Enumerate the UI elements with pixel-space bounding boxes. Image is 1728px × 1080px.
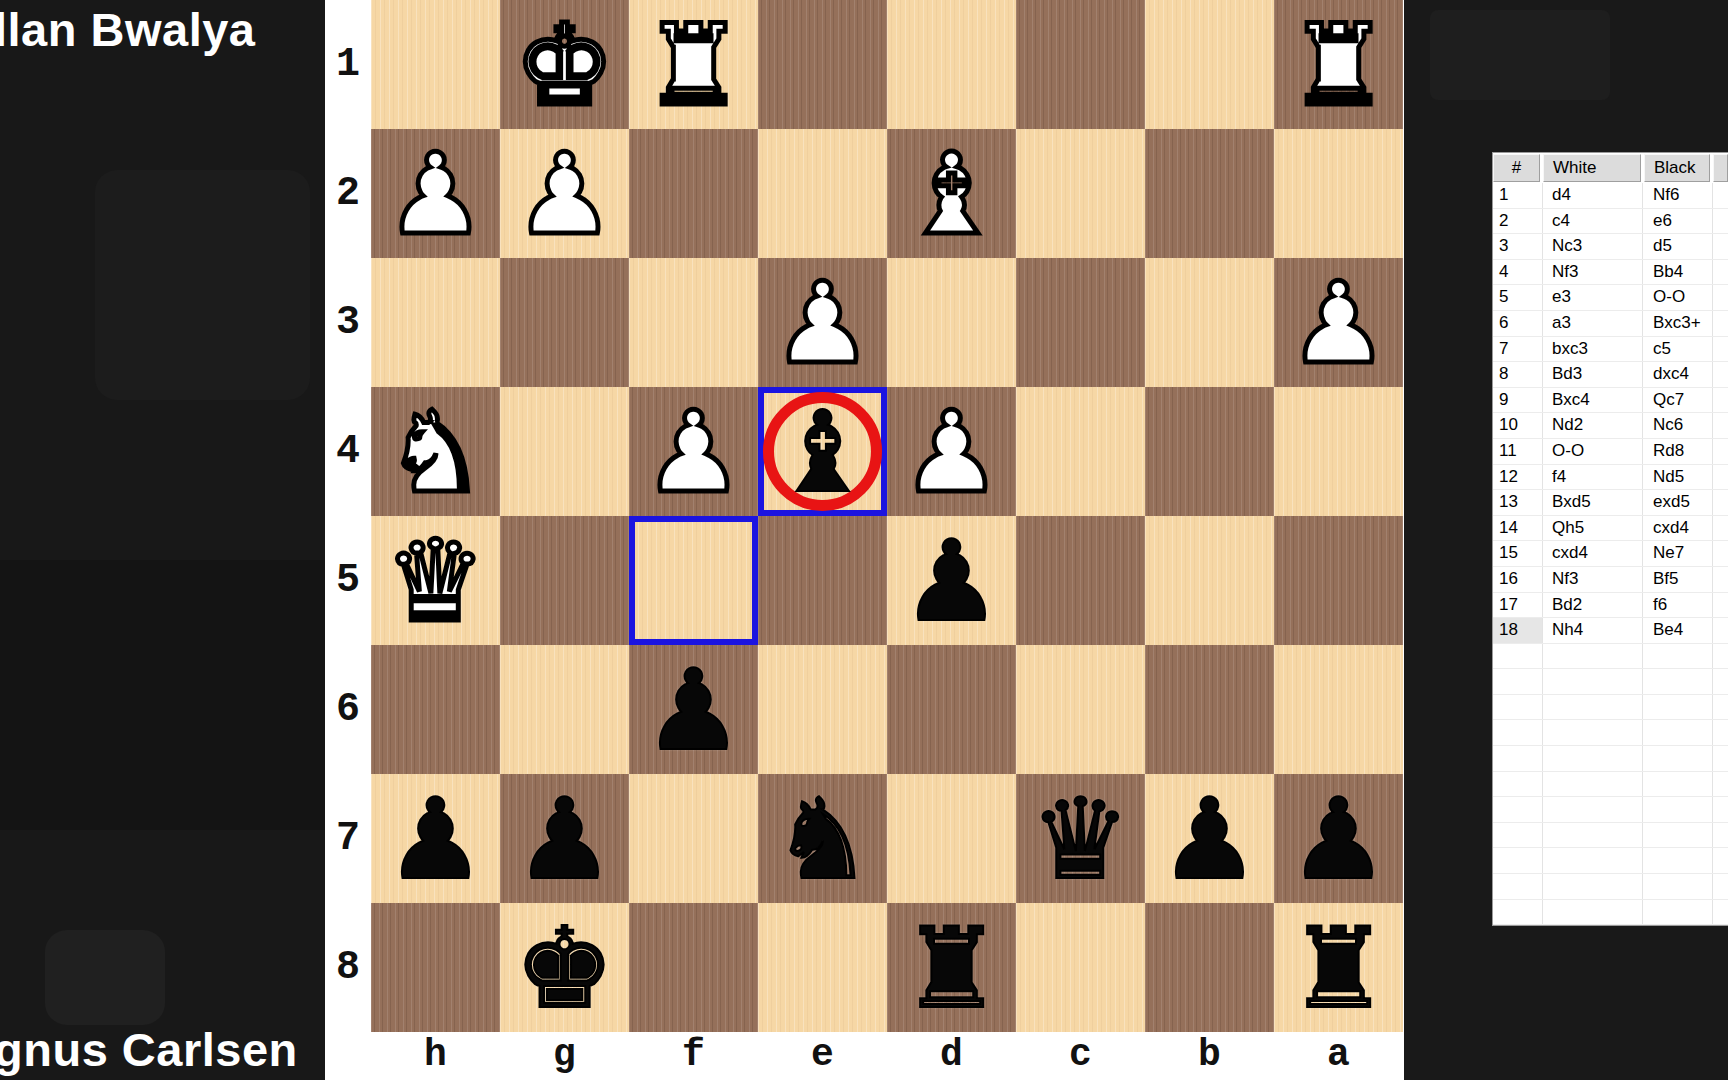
square-d6[interactable] xyxy=(887,645,1016,774)
black-move-cell xyxy=(1643,746,1713,771)
black-move-cell[interactable]: Bf5 xyxy=(1643,567,1713,592)
square-h3[interactable] xyxy=(371,258,500,387)
white-pawn-piece: ♟ xyxy=(629,387,758,516)
row-spacer xyxy=(1713,848,1728,873)
black-move-cell[interactable]: Bxc3+ xyxy=(1643,311,1713,336)
square-a8[interactable]: ♜ xyxy=(1274,903,1403,1032)
square-f1[interactable]: ♜ xyxy=(629,0,758,129)
square-d3[interactable] xyxy=(887,258,1016,387)
move-number-cell xyxy=(1493,746,1543,771)
square-c8[interactable] xyxy=(1016,903,1145,1032)
square-a4[interactable] xyxy=(1274,387,1403,516)
white-move-cell xyxy=(1543,746,1643,771)
square-e3[interactable]: ♟ xyxy=(758,258,887,387)
move-row-16: 16Nf3Bf5 xyxy=(1493,567,1728,593)
white-move-cell[interactable]: Bxd5 xyxy=(1543,490,1643,515)
square-d7[interactable] xyxy=(887,774,1016,903)
white-move-cell xyxy=(1543,823,1643,848)
white-move-cell xyxy=(1543,772,1643,797)
move-number-cell: 2 xyxy=(1493,209,1543,234)
square-h5[interactable]: ♛ xyxy=(371,516,500,645)
rank-label-1: 1 xyxy=(325,0,371,129)
row-spacer xyxy=(1713,823,1728,848)
move-table-header-number: # xyxy=(1493,154,1540,182)
move-row-18: 18Nh4Be4 xyxy=(1493,618,1728,644)
row-spacer xyxy=(1713,567,1728,592)
black-move-cell[interactable]: d5 xyxy=(1643,234,1713,259)
rank-label-8: 8 xyxy=(325,903,371,1032)
white-move-cell[interactable]: O-O xyxy=(1543,439,1643,464)
white-move-cell[interactable]: Qh5 xyxy=(1543,516,1643,541)
white-king-piece: ♚ xyxy=(500,0,629,129)
row-spacer xyxy=(1713,413,1728,438)
white-move-cell xyxy=(1543,797,1643,822)
move-table-header-white: White xyxy=(1543,154,1641,182)
black-move-cell xyxy=(1643,644,1713,669)
square-b6[interactable] xyxy=(1145,645,1274,774)
white-pawn-piece: ♟ xyxy=(758,258,887,387)
square-f3[interactable] xyxy=(629,258,758,387)
move-number-cell: 15 xyxy=(1493,541,1543,566)
player-name-bottom: gnus Carlsen xyxy=(0,1022,298,1077)
white-move-cell xyxy=(1543,874,1643,899)
background-patch xyxy=(45,930,165,1025)
move-number-cell xyxy=(1493,695,1543,720)
file-label-b: b xyxy=(1145,1032,1274,1080)
square-c4[interactable] xyxy=(1016,387,1145,516)
white-move-cell[interactable]: e3 xyxy=(1543,285,1643,310)
white-move-cell[interactable]: Nf3 xyxy=(1543,567,1643,592)
white-pawn-piece: ♟ xyxy=(1274,258,1403,387)
square-b7[interactable]: ♟ xyxy=(1145,774,1274,903)
red-circle-annotation xyxy=(763,392,882,511)
move-number-cell: 17 xyxy=(1493,593,1543,618)
square-g1[interactable]: ♚ xyxy=(500,0,629,129)
white-pawn-piece: ♟ xyxy=(500,129,629,258)
move-number-cell xyxy=(1493,874,1543,899)
background-patch xyxy=(95,170,310,400)
move-row-empty xyxy=(1493,900,1728,926)
move-row-7: 7bxc3c5 xyxy=(1493,337,1728,363)
move-table-header-spacer xyxy=(1713,154,1728,182)
white-bishop-piece: ♝ xyxy=(887,129,1016,258)
file-labels: hgfedcba xyxy=(371,1032,1403,1080)
file-label-e: e xyxy=(758,1032,887,1080)
file-label-g: g xyxy=(500,1032,629,1080)
row-spacer xyxy=(1713,874,1728,899)
square-d2[interactable]: ♝ xyxy=(887,129,1016,258)
white-rook-piece: ♜ xyxy=(1274,0,1403,129)
square-a2[interactable] xyxy=(1274,129,1403,258)
move-row-15: 15cxd4Ne7 xyxy=(1493,541,1728,567)
player-name-top: llan Bwalya xyxy=(0,2,256,57)
row-spacer xyxy=(1713,490,1728,515)
square-b8[interactable] xyxy=(1145,903,1274,1032)
white-pawn-piece: ♟ xyxy=(887,387,1016,516)
black-pawn-piece: ♟ xyxy=(629,645,758,774)
white-queen-piece: ♛ xyxy=(371,516,500,645)
square-d4[interactable]: ♟ xyxy=(887,387,1016,516)
row-spacer xyxy=(1713,644,1728,669)
square-g8[interactable]: ♚ xyxy=(500,903,629,1032)
white-move-cell xyxy=(1543,695,1643,720)
rank-label-7: 7 xyxy=(325,774,371,903)
row-spacer xyxy=(1713,234,1728,259)
chessboard-panel: 12345678 ♚♜♜♟♟♝♟♟♞♟♝♟♛♟♟♟♟♞♛♟♟♚♜♜ hgfedc… xyxy=(325,0,1404,1080)
row-spacer xyxy=(1713,362,1728,387)
white-move-cell[interactable]: Bd2 xyxy=(1543,593,1643,618)
square-h7[interactable]: ♟ xyxy=(371,774,500,903)
square-b5[interactable] xyxy=(1145,516,1274,645)
black-rook-piece: ♜ xyxy=(1274,903,1403,1032)
move-table-body: 1d4Nf62c4e63Nc3d54Nf3Bb45e3O-O6a3Bxc3+7b… xyxy=(1493,183,1728,925)
black-move-cell xyxy=(1643,772,1713,797)
file-label-d: d xyxy=(887,1032,1016,1080)
black-move-cell xyxy=(1643,823,1713,848)
square-b3[interactable] xyxy=(1145,258,1274,387)
move-row-2: 2c4e6 xyxy=(1493,209,1728,235)
square-a5[interactable] xyxy=(1274,516,1403,645)
square-h4[interactable]: ♞ xyxy=(371,387,500,516)
row-spacer xyxy=(1713,465,1728,490)
white-move-cell[interactable]: bxc3 xyxy=(1543,337,1643,362)
square-d1[interactable] xyxy=(887,0,1016,129)
black-move-cell xyxy=(1643,669,1713,694)
white-move-cell[interactable]: Nf3 xyxy=(1543,260,1643,285)
square-b4[interactable] xyxy=(1145,387,1274,516)
move-number-cell: 1 xyxy=(1493,183,1543,208)
move-number-cell: 12 xyxy=(1493,465,1543,490)
move-number-cell: 5 xyxy=(1493,285,1543,310)
move-number-cell: 9 xyxy=(1493,388,1543,413)
black-king-piece: ♚ xyxy=(500,903,629,1032)
move-row-3: 3Nc3d5 xyxy=(1493,234,1728,260)
black-move-cell xyxy=(1643,848,1713,873)
black-bishop-piece: ♝ xyxy=(758,387,887,516)
square-h8[interactable] xyxy=(371,903,500,1032)
square-g4[interactable] xyxy=(500,387,629,516)
black-move-cell xyxy=(1643,720,1713,745)
move-number-cell xyxy=(1493,848,1543,873)
move-row-empty xyxy=(1493,669,1728,695)
square-a7[interactable]: ♟ xyxy=(1274,774,1403,903)
rank-label-5: 5 xyxy=(325,516,371,645)
black-move-cell[interactable]: exd5 xyxy=(1643,490,1713,515)
square-b2[interactable] xyxy=(1145,129,1274,258)
rank-label-6: 6 xyxy=(325,645,371,774)
black-move-cell[interactable]: Nd5 xyxy=(1643,465,1713,490)
move-row-4: 4Nf3Bb4 xyxy=(1493,260,1728,286)
move-number-cell xyxy=(1493,900,1543,925)
row-spacer xyxy=(1713,900,1728,925)
white-move-cell xyxy=(1543,669,1643,694)
white-move-cell[interactable]: Nc3 xyxy=(1543,234,1643,259)
move-number-cell: 14 xyxy=(1493,516,1543,541)
move-number-cell: 11 xyxy=(1493,439,1543,464)
move-row-empty xyxy=(1493,695,1728,721)
black-move-cell[interactable]: c5 xyxy=(1643,337,1713,362)
row-spacer xyxy=(1713,695,1728,720)
move-row-empty xyxy=(1493,874,1728,900)
move-row-empty xyxy=(1493,720,1728,746)
square-e1[interactable] xyxy=(758,0,887,129)
rank-label-3: 3 xyxy=(325,258,371,387)
black-move-cell[interactable]: f6 xyxy=(1643,593,1713,618)
square-c2[interactable] xyxy=(1016,129,1145,258)
black-move-cell[interactable]: Nc6 xyxy=(1643,413,1713,438)
black-move-cell[interactable]: Qc7 xyxy=(1643,388,1713,413)
file-label-f: f xyxy=(629,1032,758,1080)
move-row-12: 12f4Nd5 xyxy=(1493,465,1728,491)
row-spacer xyxy=(1713,183,1728,208)
move-row-empty xyxy=(1493,746,1728,772)
black-move-cell xyxy=(1643,874,1713,899)
row-spacer xyxy=(1713,618,1728,643)
square-e4[interactable]: ♝ xyxy=(758,387,887,516)
row-spacer xyxy=(1713,772,1728,797)
black-move-cell[interactable]: Be4 xyxy=(1643,618,1713,643)
move-number-cell xyxy=(1493,720,1543,745)
white-move-cell[interactable]: c4 xyxy=(1543,209,1643,234)
square-e7[interactable]: ♞ xyxy=(758,774,887,903)
move-table-header: # White Black xyxy=(1493,153,1728,183)
black-knight-piece: ♞ xyxy=(758,774,887,903)
black-move-cell[interactable]: cxd4 xyxy=(1643,516,1713,541)
square-f6[interactable]: ♟ xyxy=(629,645,758,774)
square-a6[interactable] xyxy=(1274,645,1403,774)
row-spacer xyxy=(1713,388,1728,413)
move-number-cell xyxy=(1493,669,1543,694)
white-knight-piece: ♞ xyxy=(371,387,500,516)
black-move-cell xyxy=(1643,900,1713,925)
square-c5[interactable] xyxy=(1016,516,1145,645)
row-spacer xyxy=(1713,746,1728,771)
square-f5[interactable] xyxy=(629,516,758,645)
rank-label-2: 2 xyxy=(325,129,371,258)
file-label-c: c xyxy=(1016,1032,1145,1080)
black-queen-piece: ♛ xyxy=(1016,774,1145,903)
row-spacer xyxy=(1713,797,1728,822)
square-d8[interactable]: ♜ xyxy=(887,903,1016,1032)
white-move-cell[interactable]: Bxc4 xyxy=(1543,388,1643,413)
chessboard: ♚♜♜♟♟♝♟♟♞♟♝♟♛♟♟♟♟♞♛♟♟♚♜♜ xyxy=(371,0,1403,1032)
square-f7[interactable] xyxy=(629,774,758,903)
background-patch xyxy=(0,560,325,830)
move-number-cell: 6 xyxy=(1493,311,1543,336)
white-move-cell xyxy=(1543,644,1643,669)
move-number-cell xyxy=(1493,772,1543,797)
move-row-14: 14Qh5cxd4 xyxy=(1493,516,1728,542)
move-row-empty xyxy=(1493,848,1728,874)
move-number-cell: 13 xyxy=(1493,490,1543,515)
square-g6[interactable] xyxy=(500,645,629,774)
background-patch xyxy=(1430,10,1610,100)
file-label-a: a xyxy=(1274,1032,1403,1080)
file-label-h: h xyxy=(371,1032,500,1080)
row-spacer xyxy=(1713,337,1728,362)
row-spacer xyxy=(1713,541,1728,566)
square-e2[interactable] xyxy=(758,129,887,258)
square-e5[interactable] xyxy=(758,516,887,645)
square-f4[interactable]: ♟ xyxy=(629,387,758,516)
white-move-cell[interactable]: a3 xyxy=(1543,311,1643,336)
square-a1[interactable]: ♜ xyxy=(1274,0,1403,129)
move-row-5: 5e3O-O xyxy=(1493,285,1728,311)
black-move-cell[interactable]: Ne7 xyxy=(1643,541,1713,566)
move-row-17: 17Bd2f6 xyxy=(1493,593,1728,619)
square-a3[interactable]: ♟ xyxy=(1274,258,1403,387)
black-move-cell[interactable]: Bb4 xyxy=(1643,260,1713,285)
square-e6[interactable] xyxy=(758,645,887,774)
move-number-cell: 3 xyxy=(1493,234,1543,259)
stream-background: llan Bwalya gnus Carlsen 12345678 ♚♜♜♟♟♝… xyxy=(0,0,1728,1080)
move-number-cell: 4 xyxy=(1493,260,1543,285)
black-move-cell[interactable]: Nf6 xyxy=(1643,183,1713,208)
move-row-11: 11O-ORd8 xyxy=(1493,439,1728,465)
white-move-cell xyxy=(1543,848,1643,873)
black-move-cell[interactable]: O-O xyxy=(1643,285,1713,310)
move-row-empty xyxy=(1493,797,1728,823)
square-d5[interactable]: ♟ xyxy=(887,516,1016,645)
white-pawn-piece: ♟ xyxy=(371,129,500,258)
row-spacer xyxy=(1713,311,1728,336)
row-spacer xyxy=(1713,593,1728,618)
move-number-cell xyxy=(1493,644,1543,669)
move-number-cell: 7 xyxy=(1493,337,1543,362)
white-move-cell[interactable]: f4 xyxy=(1543,465,1643,490)
square-h1[interactable] xyxy=(371,0,500,129)
square-f8[interactable] xyxy=(629,903,758,1032)
white-move-cell[interactable]: Nd2 xyxy=(1543,413,1643,438)
move-number-cell: 10 xyxy=(1493,413,1543,438)
move-list-panel: # White Black 1d4Nf62c4e63Nc3d54Nf3Bb45e… xyxy=(1492,152,1728,926)
move-number-cell: 16 xyxy=(1493,567,1543,592)
move-row-empty xyxy=(1493,772,1728,798)
black-pawn-piece: ♟ xyxy=(1274,774,1403,903)
rank-label-4: 4 xyxy=(325,387,371,516)
move-row-empty xyxy=(1493,823,1728,849)
white-move-cell xyxy=(1543,720,1643,745)
move-row-10: 10Nd2Nc6 xyxy=(1493,413,1728,439)
square-g2[interactable]: ♟ xyxy=(500,129,629,258)
square-b1[interactable] xyxy=(1145,0,1274,129)
black-move-cell xyxy=(1643,797,1713,822)
move-number-cell xyxy=(1493,823,1543,848)
square-c7[interactable]: ♛ xyxy=(1016,774,1145,903)
white-move-cell[interactable]: cxd4 xyxy=(1543,541,1643,566)
move-row-empty xyxy=(1493,644,1728,670)
square-h2[interactable]: ♟ xyxy=(371,129,500,258)
square-c3[interactable] xyxy=(1016,258,1145,387)
move-row-1: 1d4Nf6 xyxy=(1493,183,1728,209)
move-row-8: 8Bd3dxc4 xyxy=(1493,362,1728,388)
row-spacer xyxy=(1713,720,1728,745)
square-g5[interactable] xyxy=(500,516,629,645)
white-move-cell[interactable]: d4 xyxy=(1543,183,1643,208)
move-number-cell: 18 xyxy=(1493,618,1543,643)
black-pawn-piece: ♟ xyxy=(1145,774,1274,903)
square-c1[interactable] xyxy=(1016,0,1145,129)
white-move-cell xyxy=(1543,900,1643,925)
white-move-cell[interactable]: Nh4 xyxy=(1543,618,1643,643)
white-move-cell[interactable]: Bd3 xyxy=(1543,362,1643,387)
move-table-header-black: Black xyxy=(1644,154,1710,182)
black-pawn-piece: ♟ xyxy=(500,774,629,903)
row-spacer xyxy=(1713,260,1728,285)
black-rook-piece: ♜ xyxy=(887,903,1016,1032)
move-row-9: 9Bxc4Qc7 xyxy=(1493,388,1728,414)
move-number-cell: 8 xyxy=(1493,362,1543,387)
square-c6[interactable] xyxy=(1016,645,1145,774)
square-e8[interactable] xyxy=(758,903,887,1032)
black-move-cell xyxy=(1643,695,1713,720)
square-g3[interactable] xyxy=(500,258,629,387)
black-move-cell[interactable]: Rd8 xyxy=(1643,439,1713,464)
black-pawn-piece: ♟ xyxy=(371,774,500,903)
move-row-6: 6a3Bxc3+ xyxy=(1493,311,1728,337)
square-g7[interactable]: ♟ xyxy=(500,774,629,903)
square-f2[interactable] xyxy=(629,129,758,258)
row-spacer xyxy=(1713,285,1728,310)
row-spacer xyxy=(1713,669,1728,694)
row-spacer xyxy=(1713,516,1728,541)
black-move-cell[interactable]: e6 xyxy=(1643,209,1713,234)
square-h6[interactable] xyxy=(371,645,500,774)
row-spacer xyxy=(1713,209,1728,234)
black-move-cell[interactable]: dxc4 xyxy=(1643,362,1713,387)
row-spacer xyxy=(1713,439,1728,464)
move-number-cell xyxy=(1493,797,1543,822)
black-pawn-piece: ♟ xyxy=(887,516,1016,645)
move-row-13: 13Bxd5exd5 xyxy=(1493,490,1728,516)
white-rook-piece: ♜ xyxy=(629,0,758,129)
